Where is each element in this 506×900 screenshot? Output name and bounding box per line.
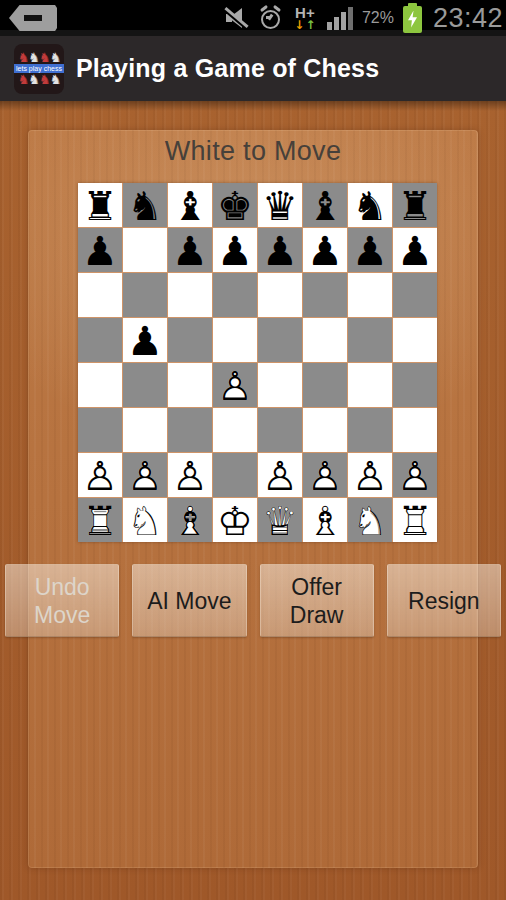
white-bishop-piece: ♝♗: [168, 498, 212, 542]
square-h5[interactable]: [393, 318, 437, 362]
square-e5[interactable]: [258, 318, 302, 362]
knights-row-bottom: ♞♞♞♞: [14, 73, 64, 86]
white-pawn-piece: ♟♙: [303, 453, 347, 497]
square-a7[interactable]: ♟: [78, 228, 122, 272]
square-f6[interactable]: [303, 273, 347, 317]
square-e7[interactable]: ♟: [258, 228, 302, 272]
undo-move-button[interactable]: Undo Move: [5, 564, 119, 637]
knight-icon: ♞: [50, 73, 61, 86]
square-c1[interactable]: ♝♗: [168, 498, 212, 542]
white-knight-piece: ♞♘: [123, 498, 167, 542]
square-c2[interactable]: ♟♙: [168, 453, 212, 497]
square-d4[interactable]: ♟♙: [213, 363, 257, 407]
notification-tag-icon[interactable]: [9, 5, 57, 31]
square-g7[interactable]: ♟: [348, 228, 392, 272]
square-g4[interactable]: [348, 363, 392, 407]
lightning-bolt-icon: [407, 11, 418, 28]
black-queen-piece: ♛: [258, 183, 302, 227]
black-bishop-piece: ♝: [168, 183, 212, 227]
square-g5[interactable]: [348, 318, 392, 362]
black-pawn-piece: ♟: [213, 228, 257, 272]
square-g8[interactable]: ♞: [348, 183, 392, 227]
square-f1[interactable]: ♝♗: [303, 498, 347, 542]
square-h1[interactable]: ♜♖: [393, 498, 437, 542]
black-king-piece: ♚: [213, 183, 257, 227]
square-d1[interactable]: ♚♔: [213, 498, 257, 542]
black-bishop-piece: ♝: [303, 183, 347, 227]
knights-row-top: ♞♞♞♞: [14, 51, 64, 64]
square-c4[interactable]: [168, 363, 212, 407]
square-g6[interactable]: [348, 273, 392, 317]
square-d6[interactable]: [213, 273, 257, 317]
knight-icon: ♞: [39, 51, 50, 64]
move-status-text: White to Move: [0, 136, 506, 167]
white-king-piece: ♚♔: [213, 498, 257, 542]
white-rook-piece: ♜♖: [78, 498, 122, 542]
white-pawn-piece: ♟♙: [78, 453, 122, 497]
square-a3[interactable]: [78, 408, 122, 452]
white-bishop-piece: ♝♗: [303, 498, 347, 542]
square-f5[interactable]: [303, 318, 347, 362]
battery-percent: 72%: [362, 9, 394, 27]
mute-icon: [223, 5, 249, 31]
status-icons: H+ ↓ ↑ 72% 23:42: [223, 3, 503, 34]
black-pawn-piece: ♟: [168, 228, 212, 272]
square-f3[interactable]: [303, 408, 347, 452]
square-c5[interactable]: [168, 318, 212, 362]
knight-icon: ♞: [18, 73, 29, 86]
square-c8[interactable]: ♝: [168, 183, 212, 227]
square-c6[interactable]: [168, 273, 212, 317]
square-a8[interactable]: ♜: [78, 183, 122, 227]
download-arrow-icon: ↓: [294, 19, 304, 31]
square-e6[interactable]: [258, 273, 302, 317]
square-c3[interactable]: [168, 408, 212, 452]
square-h6[interactable]: [393, 273, 437, 317]
square-f8[interactable]: ♝: [303, 183, 347, 227]
black-pawn-piece: ♟: [258, 228, 302, 272]
white-pawn-piece: ♟♙: [123, 453, 167, 497]
square-b5[interactable]: ♟: [123, 318, 167, 362]
square-g1[interactable]: ♞♘: [348, 498, 392, 542]
network-type-icon: H+ ↓ ↑: [292, 5, 318, 31]
square-g2[interactable]: ♟♙: [348, 453, 392, 497]
status-bar: H+ ↓ ↑ 72% 23:42: [0, 0, 506, 36]
app-icon[interactable]: ♞♞♞♞ lets play chess ♞♞♞♞: [14, 44, 64, 94]
black-pawn-piece: ♟: [393, 228, 437, 272]
square-a5[interactable]: [78, 318, 122, 362]
square-e3[interactable]: [258, 408, 302, 452]
black-pawn-piece: ♟: [123, 318, 167, 362]
white-pawn-piece: ♟♙: [393, 453, 437, 497]
offer-draw-button[interactable]: Offer Draw: [260, 564, 374, 637]
square-b8[interactable]: ♞: [123, 183, 167, 227]
square-b2[interactable]: ♟♙: [123, 453, 167, 497]
square-d7[interactable]: ♟: [213, 228, 257, 272]
chess-board: ♜♞♝♚♛♝♞♜♟♟♟♟♟♟♟♟♟♙♟♙♟♙♟♙♟♙♟♙♟♙♟♙♜♖♞♘♝♗♚♔…: [78, 183, 437, 542]
alarm-icon: [258, 5, 283, 31]
square-h7[interactable]: ♟: [393, 228, 437, 272]
signal-strength-icon: [327, 6, 353, 30]
upload-arrow-icon: ↑: [305, 19, 315, 31]
square-e8[interactable]: ♛: [258, 183, 302, 227]
minus-glyph: [24, 15, 42, 21]
app-bar: ♞♞♞♞ lets play chess ♞♞♞♞ Playing a Game…: [0, 36, 506, 101]
black-pawn-piece: ♟: [303, 228, 347, 272]
black-knight-piece: ♞: [123, 183, 167, 227]
square-f2[interactable]: ♟♙: [303, 453, 347, 497]
white-pawn-piece: ♟♙: [213, 363, 257, 407]
square-b3[interactable]: [123, 408, 167, 452]
white-pawn-piece: ♟♙: [168, 453, 212, 497]
square-h2[interactable]: ♟♙: [393, 453, 437, 497]
wood-background: White to Move ♜♞♝♚♛♝♞♜♟♟♟♟♟♟♟♟♟♙♟♙♟♙♟♙♟♙…: [0, 101, 506, 900]
knight-icon: ♞: [50, 51, 61, 64]
square-a2[interactable]: ♟♙: [78, 453, 122, 497]
knight-icon: ♞: [28, 73, 39, 86]
white-knight-piece: ♞♘: [348, 498, 392, 542]
square-e2[interactable]: ♟♙: [258, 453, 302, 497]
square-g3[interactable]: [348, 408, 392, 452]
battery-charging-icon: [403, 6, 422, 33]
page-title: Playing a Game of Chess: [76, 54, 379, 83]
square-a4[interactable]: [78, 363, 122, 407]
white-pawn-piece: ♟♙: [258, 453, 302, 497]
square-d2[interactable]: [213, 453, 257, 497]
knight-icon: ♞: [18, 51, 29, 64]
square-e1[interactable]: ♛♕: [258, 498, 302, 542]
square-d8[interactable]: ♚: [213, 183, 257, 227]
action-buttons: Undo Move AI Move Offer Draw Resign: [0, 564, 506, 637]
square-a1[interactable]: ♜♖: [78, 498, 122, 542]
square-f7[interactable]: ♟: [303, 228, 347, 272]
knight-icon: ♞: [28, 51, 39, 64]
square-b1[interactable]: ♞♘: [123, 498, 167, 542]
square-e4[interactable]: [258, 363, 302, 407]
square-h3[interactable]: [393, 408, 437, 452]
square-d3[interactable]: [213, 408, 257, 452]
black-pawn-piece: ♟: [348, 228, 392, 272]
ai-move-button[interactable]: AI Move: [132, 564, 246, 637]
black-knight-piece: ♞: [348, 183, 392, 227]
black-rook-piece: ♜: [78, 183, 122, 227]
square-c7[interactable]: ♟: [168, 228, 212, 272]
square-b7[interactable]: [123, 228, 167, 272]
knight-icon: ♞: [39, 73, 50, 86]
white-rook-piece: ♜♖: [393, 498, 437, 542]
square-a6[interactable]: [78, 273, 122, 317]
square-d5[interactable]: [213, 318, 257, 362]
white-queen-piece: ♛♕: [258, 498, 302, 542]
square-b4[interactable]: [123, 363, 167, 407]
white-pawn-piece: ♟♙: [348, 453, 392, 497]
square-f4[interactable]: [303, 363, 347, 407]
black-pawn-piece: ♟: [78, 228, 122, 272]
clock-time: 23:42: [433, 3, 503, 34]
resign-button[interactable]: Resign: [387, 564, 501, 637]
square-b6[interactable]: [123, 273, 167, 317]
square-h4[interactable]: [393, 363, 437, 407]
black-rook-piece: ♜: [393, 183, 437, 227]
square-h8[interactable]: ♜: [393, 183, 437, 227]
